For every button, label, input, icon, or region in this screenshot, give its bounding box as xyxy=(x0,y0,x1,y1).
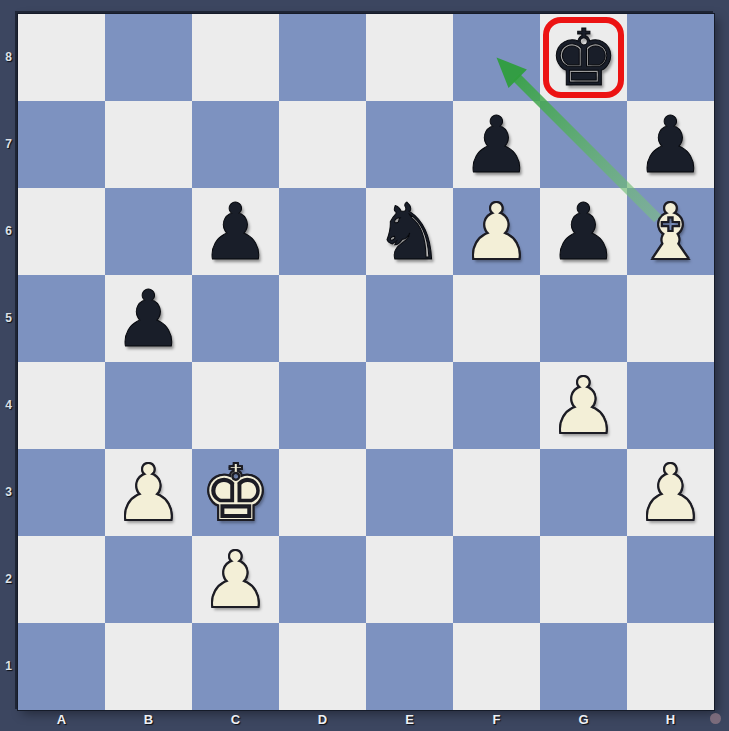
piece-white-pawn: ♟ xyxy=(192,536,279,623)
square-c7[interactable] xyxy=(192,101,279,188)
square-f3[interactable] xyxy=(453,449,540,536)
square-f5[interactable] xyxy=(453,275,540,362)
square-h3[interactable]: ♟ xyxy=(627,449,714,536)
rank-label-3: 3 xyxy=(0,449,17,536)
piece-white-bishop: ♝ xyxy=(627,188,714,275)
square-g7[interactable] xyxy=(540,101,627,188)
piece-black-pawn: ♟ xyxy=(453,101,540,188)
square-f4[interactable] xyxy=(453,362,540,449)
square-g8[interactable]: ♚ xyxy=(540,14,627,101)
square-b1[interactable] xyxy=(105,623,192,710)
square-g2[interactable] xyxy=(540,536,627,623)
square-d8[interactable] xyxy=(279,14,366,101)
square-e7[interactable] xyxy=(366,101,453,188)
square-a1[interactable] xyxy=(18,623,105,710)
square-e6[interactable]: ♞ xyxy=(366,188,453,275)
square-b3[interactable]: ♟ xyxy=(105,449,192,536)
square-f7[interactable]: ♟ xyxy=(453,101,540,188)
square-d1[interactable] xyxy=(279,623,366,710)
file-label-c: C xyxy=(192,711,279,731)
square-h1[interactable] xyxy=(627,623,714,710)
square-c6[interactable]: ♟ xyxy=(192,188,279,275)
square-c2[interactable]: ♟ xyxy=(192,536,279,623)
square-c8[interactable] xyxy=(192,14,279,101)
square-b5[interactable]: ♟ xyxy=(105,275,192,362)
square-f6[interactable]: ♟ xyxy=(453,188,540,275)
file-label-f: F xyxy=(453,711,540,731)
piece-black-pawn: ♟ xyxy=(540,188,627,275)
square-f8[interactable] xyxy=(453,14,540,101)
board-frame: ♚♟♟♟♞♟♟♝♟♟♟♚♟♟ 87654321 ABCDEFGH xyxy=(0,0,729,731)
piece-black-king: ♚ xyxy=(540,14,627,101)
piece-white-king: ♚ xyxy=(192,449,279,536)
square-h2[interactable] xyxy=(627,536,714,623)
piece-white-pawn: ♟ xyxy=(453,188,540,275)
square-a6[interactable] xyxy=(18,188,105,275)
square-b8[interactable] xyxy=(105,14,192,101)
square-e3[interactable] xyxy=(366,449,453,536)
file-label-a: A xyxy=(18,711,105,731)
square-d6[interactable] xyxy=(279,188,366,275)
square-h8[interactable] xyxy=(627,14,714,101)
square-g4[interactable]: ♟ xyxy=(540,362,627,449)
file-label-d: D xyxy=(279,711,366,731)
square-a4[interactable] xyxy=(18,362,105,449)
piece-white-pawn: ♟ xyxy=(627,449,714,536)
square-b6[interactable] xyxy=(105,188,192,275)
piece-black-pawn: ♟ xyxy=(192,188,279,275)
piece-black-pawn: ♟ xyxy=(105,275,192,362)
piece-white-pawn: ♟ xyxy=(540,362,627,449)
rank-label-2: 2 xyxy=(0,536,17,623)
square-g5[interactable] xyxy=(540,275,627,362)
square-c5[interactable] xyxy=(192,275,279,362)
rank-label-8: 8 xyxy=(0,14,17,101)
square-d7[interactable] xyxy=(279,101,366,188)
square-g3[interactable] xyxy=(540,449,627,536)
file-label-h: H xyxy=(627,711,714,731)
square-h4[interactable] xyxy=(627,362,714,449)
rank-label-7: 7 xyxy=(0,101,17,188)
square-e1[interactable] xyxy=(366,623,453,710)
piece-white-pawn: ♟ xyxy=(105,449,192,536)
square-h5[interactable] xyxy=(627,275,714,362)
chess-board: ♚♟♟♟♞♟♟♝♟♟♟♚♟♟ xyxy=(18,14,714,710)
square-f2[interactable] xyxy=(453,536,540,623)
piece-black-knight: ♞ xyxy=(366,188,453,275)
square-e2[interactable] xyxy=(366,536,453,623)
square-c4[interactable] xyxy=(192,362,279,449)
square-f1[interactable] xyxy=(453,623,540,710)
square-b4[interactable] xyxy=(105,362,192,449)
rank-label-6: 6 xyxy=(0,188,17,275)
file-label-b: B xyxy=(105,711,192,731)
square-a5[interactable] xyxy=(18,275,105,362)
square-b2[interactable] xyxy=(105,536,192,623)
square-c1[interactable] xyxy=(192,623,279,710)
square-a2[interactable] xyxy=(18,536,105,623)
square-e8[interactable] xyxy=(366,14,453,101)
square-a7[interactable] xyxy=(18,101,105,188)
rank-label-1: 1 xyxy=(0,623,17,710)
square-b7[interactable] xyxy=(105,101,192,188)
square-g1[interactable] xyxy=(540,623,627,710)
file-label-g: G xyxy=(540,711,627,731)
square-d4[interactable] xyxy=(279,362,366,449)
square-g6[interactable]: ♟ xyxy=(540,188,627,275)
rank-label-4: 4 xyxy=(0,362,17,449)
square-d2[interactable] xyxy=(279,536,366,623)
square-e4[interactable] xyxy=(366,362,453,449)
square-d3[interactable] xyxy=(279,449,366,536)
corner-dot xyxy=(710,713,721,724)
square-d5[interactable] xyxy=(279,275,366,362)
piece-black-pawn: ♟ xyxy=(627,101,714,188)
square-a8[interactable] xyxy=(18,14,105,101)
file-label-e: E xyxy=(366,711,453,731)
square-e5[interactable] xyxy=(366,275,453,362)
square-h7[interactable]: ♟ xyxy=(627,101,714,188)
square-c3[interactable]: ♚ xyxy=(192,449,279,536)
square-h6[interactable]: ♝ xyxy=(627,188,714,275)
rank-label-5: 5 xyxy=(0,275,17,362)
square-a3[interactable] xyxy=(18,449,105,536)
